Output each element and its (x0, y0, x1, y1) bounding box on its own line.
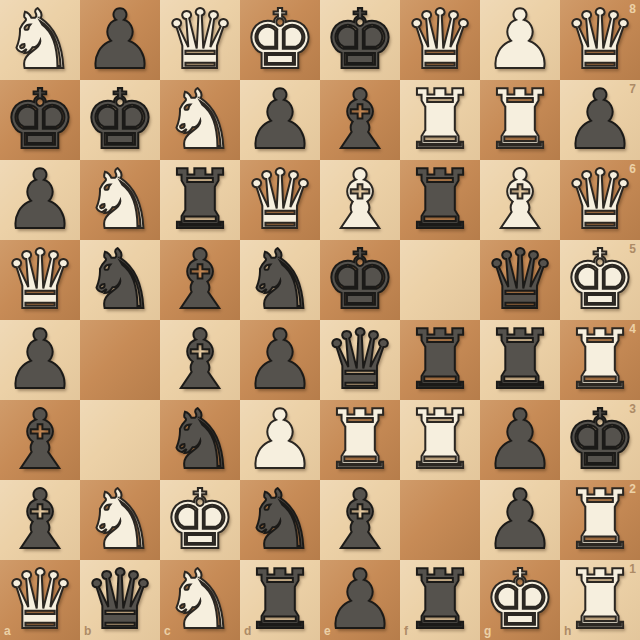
square-d4[interactable]: ♟ (240, 320, 320, 400)
white-knight[interactable]: ♞ (163, 560, 237, 640)
square-f8[interactable]: ♛ (400, 0, 480, 80)
white-queen[interactable]: ♛ (403, 0, 477, 80)
square-a2[interactable]: ♝ (0, 480, 80, 560)
white-knight[interactable]: ♞ (83, 160, 157, 240)
square-h2[interactable]: ♜2 (560, 480, 640, 560)
black-pawn[interactable]: ♟ (563, 80, 637, 160)
white-rook[interactable]: ♜ (403, 400, 477, 480)
square-h3[interactable]: ♚3 (560, 400, 640, 480)
square-f7[interactable]: ♜ (400, 80, 480, 160)
black-knight[interactable]: ♞ (243, 240, 317, 320)
black-rook[interactable]: ♜ (163, 160, 237, 240)
square-e2[interactable]: ♝ (320, 480, 400, 560)
white-knight[interactable]: ♞ (163, 80, 237, 160)
square-a3[interactable]: ♝ (0, 400, 80, 480)
square-g4[interactable]: ♜ (480, 320, 560, 400)
square-c4[interactable]: ♝ (160, 320, 240, 400)
square-a1[interactable]: ♛a (0, 560, 80, 640)
black-pawn[interactable]: ♟ (483, 480, 557, 560)
white-king[interactable]: ♚ (243, 0, 317, 80)
square-e1[interactable]: ♟e (320, 560, 400, 640)
white-queen[interactable]: ♛ (163, 0, 237, 80)
black-king[interactable]: ♚ (83, 80, 157, 160)
square-c8[interactable]: ♛ (160, 0, 240, 80)
white-rook[interactable]: ♜ (563, 560, 637, 640)
black-king[interactable]: ♚ (323, 240, 397, 320)
white-king[interactable]: ♚ (163, 480, 237, 560)
square-h8[interactable]: ♛8 (560, 0, 640, 80)
black-pawn[interactable]: ♟ (243, 80, 317, 160)
square-b8[interactable]: ♟ (80, 0, 160, 80)
black-king[interactable]: ♚ (3, 80, 77, 160)
square-f3[interactable]: ♜ (400, 400, 480, 480)
black-bishop[interactable]: ♝ (163, 240, 237, 320)
white-knight[interactable]: ♞ (3, 0, 77, 80)
square-e8[interactable]: ♚ (320, 0, 400, 80)
square-c2[interactable]: ♚ (160, 480, 240, 560)
black-knight[interactable]: ♞ (163, 400, 237, 480)
square-b6[interactable]: ♞ (80, 160, 160, 240)
white-rook[interactable]: ♜ (403, 80, 477, 160)
square-e4[interactable]: ♛ (320, 320, 400, 400)
white-rook[interactable]: ♜ (563, 320, 637, 400)
square-g8[interactable]: ♟ (480, 0, 560, 80)
square-h1[interactable]: ♜1h (560, 560, 640, 640)
square-a4[interactable]: ♟ (0, 320, 80, 400)
white-rook[interactable]: ♜ (563, 480, 637, 560)
black-rook[interactable]: ♜ (403, 160, 477, 240)
square-a6[interactable]: ♟ (0, 160, 80, 240)
white-queen[interactable]: ♛ (3, 560, 77, 640)
black-rook[interactable]: ♜ (403, 320, 477, 400)
black-pawn[interactable]: ♟ (3, 160, 77, 240)
black-rook[interactable]: ♜ (483, 320, 557, 400)
square-g7[interactable]: ♜ (480, 80, 560, 160)
white-queen[interactable]: ♛ (563, 0, 637, 80)
black-knight[interactable]: ♞ (243, 480, 317, 560)
square-d8[interactable]: ♚ (240, 0, 320, 80)
square-c6[interactable]: ♜ (160, 160, 240, 240)
chess-board: ♞♟♛♚♚♛♟♛8♚♚♞♟♝♜♜♟7♟♞♜♛♝♜♝♛6♛♞♝♞♚♛♚5♟♝♟♛♜… (0, 0, 640, 640)
white-bishop[interactable]: ♝ (323, 160, 397, 240)
black-queen[interactable]: ♛ (83, 560, 157, 640)
square-g2[interactable]: ♟ (480, 480, 560, 560)
square-d6[interactable]: ♛ (240, 160, 320, 240)
square-h6[interactable]: ♛6 (560, 160, 640, 240)
black-pawn[interactable]: ♟ (3, 320, 77, 400)
white-bishop[interactable]: ♝ (483, 160, 557, 240)
square-c1[interactable]: ♞c (160, 560, 240, 640)
square-g6[interactable]: ♝ (480, 160, 560, 240)
black-pawn[interactable]: ♟ (243, 320, 317, 400)
square-f1[interactable]: ♜f (400, 560, 480, 640)
white-queen[interactable]: ♛ (3, 240, 77, 320)
square-f4[interactable]: ♜ (400, 320, 480, 400)
black-pawn[interactable]: ♟ (483, 400, 557, 480)
square-e5[interactable]: ♚ (320, 240, 400, 320)
black-rook[interactable]: ♜ (243, 560, 317, 640)
square-b3[interactable] (80, 400, 160, 480)
white-rook[interactable]: ♜ (323, 400, 397, 480)
black-bishop[interactable]: ♝ (323, 80, 397, 160)
white-queen[interactable]: ♛ (243, 160, 317, 240)
black-bishop[interactable]: ♝ (163, 320, 237, 400)
white-king[interactable]: ♚ (483, 560, 557, 640)
square-e6[interactable]: ♝ (320, 160, 400, 240)
white-rook[interactable]: ♜ (483, 80, 557, 160)
black-queen[interactable]: ♛ (483, 240, 557, 320)
black-bishop[interactable]: ♝ (3, 400, 77, 480)
square-b5[interactable]: ♞ (80, 240, 160, 320)
square-e7[interactable]: ♝ (320, 80, 400, 160)
square-e3[interactable]: ♜ (320, 400, 400, 480)
square-d7[interactable]: ♟ (240, 80, 320, 160)
square-b7[interactable]: ♚ (80, 80, 160, 160)
square-f5[interactable] (400, 240, 480, 320)
square-g5[interactable]: ♛ (480, 240, 560, 320)
square-a5[interactable]: ♛ (0, 240, 80, 320)
square-b4[interactable] (80, 320, 160, 400)
square-c3[interactable]: ♞ (160, 400, 240, 480)
white-king[interactable]: ♚ (563, 240, 637, 320)
black-king[interactable]: ♚ (323, 0, 397, 80)
square-a7[interactable]: ♚ (0, 80, 80, 160)
black-pawn[interactable]: ♟ (323, 560, 397, 640)
square-h7[interactable]: ♟7 (560, 80, 640, 160)
square-c5[interactable]: ♝ (160, 240, 240, 320)
square-d2[interactable]: ♞ (240, 480, 320, 560)
black-rook[interactable]: ♜ (403, 560, 477, 640)
square-d1[interactable]: ♜d (240, 560, 320, 640)
black-pawn[interactable]: ♟ (83, 0, 157, 80)
square-h5[interactable]: ♚5 (560, 240, 640, 320)
square-b1[interactable]: ♛b (80, 560, 160, 640)
black-king[interactable]: ♚ (563, 400, 637, 480)
square-d3[interactable]: ♟ (240, 400, 320, 480)
black-knight[interactable]: ♞ (83, 240, 157, 320)
square-h4[interactable]: ♜4 (560, 320, 640, 400)
white-knight[interactable]: ♞ (83, 480, 157, 560)
square-f6[interactable]: ♜ (400, 160, 480, 240)
white-queen[interactable]: ♛ (563, 160, 637, 240)
square-a8[interactable]: ♞ (0, 0, 80, 80)
square-g3[interactable]: ♟ (480, 400, 560, 480)
square-g1[interactable]: ♚g (480, 560, 560, 640)
white-pawn[interactable]: ♟ (483, 0, 557, 80)
square-d5[interactable]: ♞ (240, 240, 320, 320)
white-pawn[interactable]: ♟ (243, 400, 317, 480)
black-bishop[interactable]: ♝ (323, 480, 397, 560)
square-c7[interactable]: ♞ (160, 80, 240, 160)
black-bishop[interactable]: ♝ (3, 480, 77, 560)
square-f2[interactable] (400, 480, 480, 560)
square-b2[interactable]: ♞ (80, 480, 160, 560)
black-queen[interactable]: ♛ (323, 320, 397, 400)
